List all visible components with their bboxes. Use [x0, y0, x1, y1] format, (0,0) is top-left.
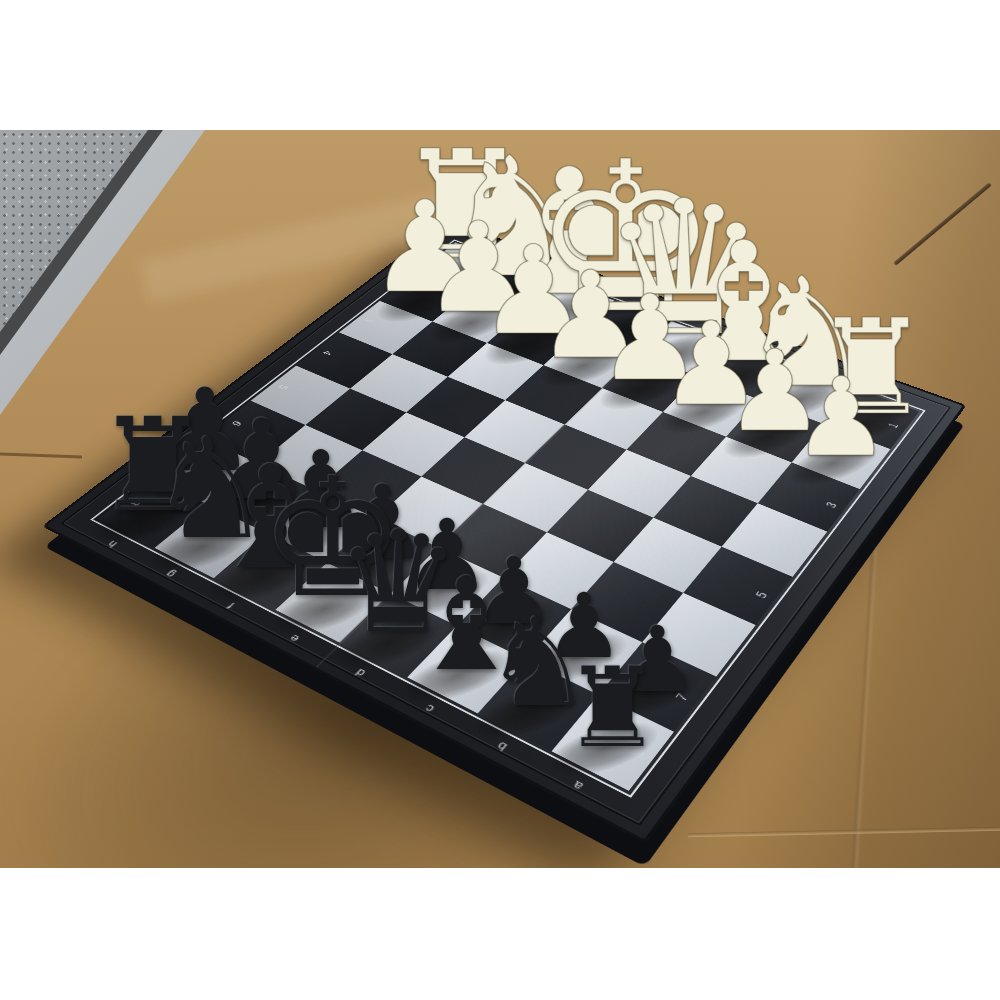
photo-canvas: hgfedcba hgfedcba 12345678 12345678 ♜♞♝♛…	[0, 0, 1000, 1000]
black-rook-a8[interactable]: ♜	[563, 652, 662, 763]
white-pawn-a2[interactable]: ♟	[792, 363, 890, 472]
cardboard-seam	[0, 453, 82, 459]
cardboard-seam	[893, 182, 991, 265]
cardboard-crease	[688, 827, 1000, 838]
